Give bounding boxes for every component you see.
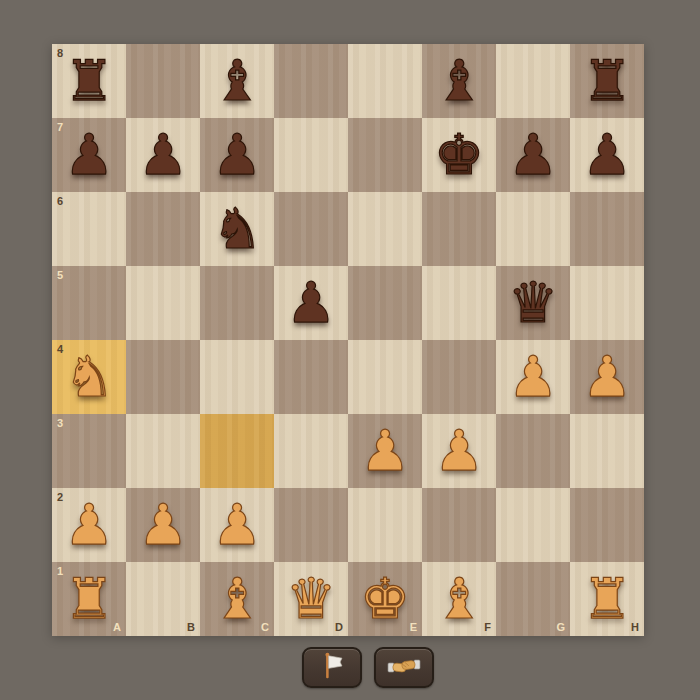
square-c1[interactable]: C♝ [200,562,274,636]
rank-label-4: 4 [57,343,63,355]
file-label-b: B [187,621,195,633]
square-d8[interactable] [274,44,348,118]
draw-button[interactable] [374,647,434,688]
square-h5[interactable] [570,266,644,340]
piece-black-pawn[interactable]: ♟ [138,118,188,192]
square-b1[interactable]: B [126,562,200,636]
file-label-e: E [410,621,417,633]
square-d7[interactable] [274,118,348,192]
square-h2[interactable] [570,488,644,562]
piece-black-bishop[interactable]: ♝ [434,44,484,118]
square-c6[interactable]: ♞ [200,192,274,266]
square-d6[interactable] [274,192,348,266]
square-g7[interactable]: ♟ [496,118,570,192]
piece-white-pawn[interactable]: ♟ [212,488,262,562]
square-f8[interactable]: ♝ [422,44,496,118]
square-f1[interactable]: F♝ [422,562,496,636]
piece-black-bishop[interactable]: ♝ [212,44,262,118]
square-e2[interactable] [348,488,422,562]
piece-black-knight[interactable]: ♞ [212,192,262,266]
handshake-icon [387,655,421,680]
piece-white-king[interactable]: ♚ [360,562,410,636]
square-e6[interactable] [348,192,422,266]
rank-label-7: 7 [57,121,63,133]
square-d3[interactable] [274,414,348,488]
square-f6[interactable] [422,192,496,266]
square-a4[interactable]: 4♞ [52,340,126,414]
rank-label-8: 8 [57,47,63,59]
piece-white-rook[interactable]: ♜ [64,562,114,636]
square-a6[interactable]: 6 [52,192,126,266]
square-c2[interactable]: ♟ [200,488,274,562]
rank-label-5: 5 [57,269,63,281]
file-label-d: D [335,621,343,633]
square-b4[interactable] [126,340,200,414]
square-b7[interactable]: ♟ [126,118,200,192]
square-a1[interactable]: 1A♜ [52,562,126,636]
square-h6[interactable] [570,192,644,266]
square-e4[interactable] [348,340,422,414]
square-f2[interactable] [422,488,496,562]
rank-label-6: 6 [57,195,63,207]
piece-white-pawn[interactable]: ♟ [582,340,632,414]
square-b2[interactable]: ♟ [126,488,200,562]
square-e1[interactable]: E♚ [348,562,422,636]
square-g4[interactable]: ♟ [496,340,570,414]
piece-black-pawn[interactable]: ♟ [212,118,262,192]
square-f7[interactable]: ♚ [422,118,496,192]
piece-white-queen[interactable]: ♛ [286,562,336,636]
rank-label-3: 3 [57,417,63,429]
square-a2[interactable]: 2♟ [52,488,126,562]
square-c3[interactable] [200,414,274,488]
square-g1[interactable]: G [496,562,570,636]
square-a5[interactable]: 5 [52,266,126,340]
piece-white-bishop[interactable]: ♝ [434,562,484,636]
piece-black-king[interactable]: ♚ [434,118,484,192]
square-h1[interactable]: H♜ [570,562,644,636]
piece-white-pawn[interactable]: ♟ [360,414,410,488]
piece-black-pawn[interactable]: ♟ [508,118,558,192]
square-g8[interactable] [496,44,570,118]
file-label-a: A [113,621,121,633]
square-a8[interactable]: 8♜ [52,44,126,118]
square-e8[interactable] [348,44,422,118]
square-e5[interactable] [348,266,422,340]
square-h7[interactable]: ♟ [570,118,644,192]
square-b3[interactable] [126,414,200,488]
square-f4[interactable] [422,340,496,414]
file-label-c: C [261,621,269,633]
square-h8[interactable]: ♜ [570,44,644,118]
file-label-f: F [484,621,491,633]
piece-white-pawn[interactable]: ♟ [64,488,114,562]
white-flag-icon [318,651,346,684]
square-g2[interactable] [496,488,570,562]
chess-board: 8♜♝♝♜7♟♟♟♚♟♟6♞5♟♛4♞♟♟3♟♟2♟♟♟1A♜BC♝D♛E♚F♝… [52,44,644,636]
square-e3[interactable]: ♟ [348,414,422,488]
piece-black-rook[interactable]: ♜ [64,44,114,118]
square-d1[interactable]: D♛ [274,562,348,636]
square-d2[interactable] [274,488,348,562]
file-label-h: H [631,621,639,633]
square-f5[interactable] [422,266,496,340]
piece-white-bishop[interactable]: ♝ [212,562,262,636]
piece-white-rook[interactable]: ♜ [582,562,632,636]
piece-black-pawn[interactable]: ♟ [64,118,114,192]
piece-black-pawn[interactable]: ♟ [286,266,336,340]
rank-label-1: 1 [57,565,63,577]
file-label-g: G [556,621,565,633]
square-b6[interactable] [126,192,200,266]
piece-white-knight[interactable]: ♞ [64,340,114,414]
square-c7[interactable]: ♟ [200,118,274,192]
piece-black-pawn[interactable]: ♟ [582,118,632,192]
piece-black-queen[interactable]: ♛ [508,266,558,340]
square-a3[interactable]: 3 [52,414,126,488]
piece-black-rook[interactable]: ♜ [582,44,632,118]
square-d4[interactable] [274,340,348,414]
piece-white-pawn[interactable]: ♟ [138,488,188,562]
square-a7[interactable]: 7♟ [52,118,126,192]
square-c8[interactable]: ♝ [200,44,274,118]
resign-button[interactable] [302,647,362,688]
rank-label-2: 2 [57,491,63,503]
square-g5[interactable]: ♛ [496,266,570,340]
piece-white-pawn[interactable]: ♟ [508,340,558,414]
square-h3[interactable] [570,414,644,488]
piece-white-pawn[interactable]: ♟ [434,414,484,488]
square-h4[interactable]: ♟ [570,340,644,414]
square-c4[interactable] [200,340,274,414]
square-b8[interactable] [126,44,200,118]
square-d5[interactable]: ♟ [274,266,348,340]
square-f3[interactable]: ♟ [422,414,496,488]
square-e7[interactable] [348,118,422,192]
square-g3[interactable] [496,414,570,488]
square-b5[interactable] [126,266,200,340]
square-c5[interactable] [200,266,274,340]
game-controls [302,647,434,688]
square-g6[interactable] [496,192,570,266]
